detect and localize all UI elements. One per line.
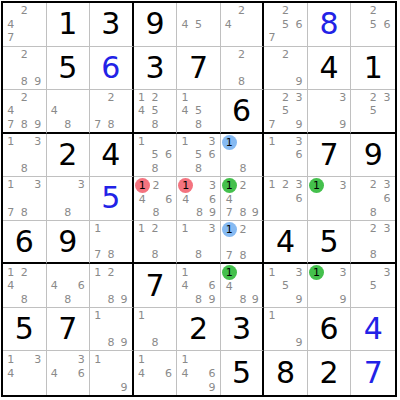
- candidate-3: 3: [292, 135, 306, 149]
- candidate-3: 3: [292, 178, 306, 192]
- candidate-7: [309, 293, 324, 306]
- candidate-7: [222, 31, 235, 45]
- cell-r3c2[interactable]: 48: [47, 90, 91, 134]
- candidate-grid: 13568: [177, 134, 220, 177]
- candidate-2: 2: [237, 178, 249, 193]
- candidate-7: 7: [4, 205, 18, 219]
- candidate-7: [222, 75, 235, 89]
- cell-r9c1[interactable]: 134: [3, 351, 47, 395]
- candidate-7: [135, 248, 149, 261]
- candidate-1: 1: [135, 178, 150, 193]
- cell-r5c8[interactable]: 13: [308, 177, 352, 221]
- candidate-3: [162, 135, 176, 149]
- candidate-8: 8: [104, 292, 117, 306]
- candidate-7: 7: [222, 206, 237, 219]
- candidate-4: [265, 104, 279, 117]
- candidate-7: [222, 162, 237, 175]
- cell-r3c5[interactable]: 1458: [177, 90, 221, 134]
- candidate-6: [75, 192, 89, 206]
- candidate-3: 3: [31, 135, 45, 149]
- solved-digit: 5: [101, 183, 120, 213]
- candidate-2: 2: [104, 265, 117, 279]
- candidate-7: [135, 162, 149, 176]
- candidate-6: 6: [380, 192, 394, 206]
- candidate-grid: 128: [134, 221, 177, 263]
- cell-r5c2[interactable]: 38: [47, 177, 91, 221]
- candidate-5: [61, 192, 75, 206]
- candidate-3: 3: [337, 265, 350, 280]
- candidate-1: 1: [178, 135, 192, 149]
- candidate-7: [135, 117, 149, 130]
- candidate-7: [222, 293, 237, 306]
- cell-r1c5[interactable]: 45: [177, 3, 221, 47]
- candidate-5: [192, 366, 206, 380]
- cell-r8c6[interactable]: 3: [221, 308, 265, 352]
- candidate-8: [279, 117, 293, 130]
- cell-r4c4[interactable]: 1568: [134, 134, 178, 178]
- cell-r6c5[interactable]: 138: [177, 221, 221, 265]
- cell-r7c3[interactable]: 1289: [90, 264, 134, 308]
- candidate-6: 6: [292, 18, 306, 32]
- candidate-3: 3: [336, 91, 350, 104]
- candidate-1: 1: [178, 91, 192, 104]
- candidate-7: 7: [265, 117, 279, 130]
- candidate-8: [279, 205, 293, 219]
- cell-r6c1[interactable]: 6: [3, 221, 47, 265]
- candidate-5: 5: [366, 279, 380, 293]
- cell-r9c9[interactable]: 7: [351, 351, 395, 395]
- candidate-2: [148, 309, 162, 323]
- candidate-2: 2: [148, 222, 162, 235]
- candidate-grid: 138: [177, 221, 220, 263]
- cell-r9c6[interactable]: 5: [221, 351, 265, 395]
- candidate-grid: 189: [90, 308, 132, 351]
- cell-r9c3[interactable]: 19: [90, 351, 134, 395]
- given-digit: 8: [276, 358, 295, 388]
- candidate-2: [192, 4, 206, 18]
- cell-r8c3[interactable]: 189: [90, 308, 134, 352]
- highlighted-candidate-blue[interactable]: 1: [222, 222, 237, 237]
- candidate-2: 2: [104, 91, 117, 104]
- cell-r7c6[interactable]: 1489: [221, 264, 265, 308]
- candidate-1: 1: [178, 222, 192, 235]
- candidate-grid: 1568: [134, 134, 177, 177]
- cell-r6c4[interactable]: 128: [134, 221, 178, 265]
- candidate-5: [324, 280, 337, 293]
- cell-r2c3[interactable]: 6: [90, 47, 134, 91]
- candidate-9: [75, 292, 89, 306]
- candidate-2: [192, 352, 206, 366]
- highlighted-candidate-green[interactable]: 1: [222, 178, 237, 193]
- cell-r8c7[interactable]: 19: [264, 308, 308, 352]
- candidate-5: [322, 104, 336, 117]
- cell-r7c8[interactable]: 139: [308, 264, 352, 308]
- given-digit: 5: [15, 314, 34, 344]
- candidate-4: [91, 279, 104, 293]
- candidate-2: [279, 135, 293, 149]
- cell-r6c9[interactable]: 238: [351, 221, 395, 265]
- candidate-7: [178, 162, 192, 176]
- candidate-9: [380, 117, 394, 130]
- candidate-2: [104, 222, 117, 235]
- candidate-3: [380, 4, 394, 18]
- candidate-5: [366, 192, 380, 206]
- candidate-2: [61, 265, 75, 279]
- candidate-6: [31, 279, 45, 293]
- cell-r4c9[interactable]: 9: [351, 134, 395, 178]
- cell-r8c8[interactable]: 6: [308, 308, 352, 352]
- candidate-6: [117, 104, 130, 117]
- candidate-8: 8: [18, 75, 32, 89]
- candidate-5: 5: [279, 18, 293, 32]
- given-digit: 6: [320, 314, 339, 344]
- candidate-4: [135, 235, 149, 248]
- cell-r8c2[interactable]: 7: [47, 308, 91, 352]
- cell-r1c3[interactable]: 3: [90, 3, 134, 47]
- cell-r9c5[interactable]: 1469: [177, 351, 221, 395]
- candidate-7: 7: [91, 117, 104, 130]
- cell-r3c7[interactable]: 23579: [264, 90, 308, 134]
- highlighted-candidate-red[interactable]: 1: [135, 178, 150, 193]
- candidate-grid: 235: [351, 90, 395, 132]
- candidate-grid: 136: [264, 134, 307, 177]
- candidate-grid: 18: [221, 134, 263, 177]
- candidate-4: [309, 193, 324, 206]
- cell-r8c1[interactable]: 5: [3, 308, 47, 352]
- given-digit: 3: [101, 9, 120, 39]
- candidate-grid: 28: [221, 47, 263, 90]
- candidate-7: [91, 380, 104, 394]
- candidate-9: [380, 292, 394, 306]
- cell-r2c8[interactable]: 4: [308, 47, 352, 91]
- given-digit: 7: [320, 140, 339, 170]
- cell-r4c2[interactable]: 2: [47, 134, 91, 178]
- candidate-6: 6: [206, 193, 219, 206]
- cell-r7c7[interactable]: 1359: [264, 264, 308, 308]
- cell-r6c2[interactable]: 9: [47, 221, 91, 265]
- candidate-2: 2: [279, 4, 293, 18]
- candidate-2: [324, 178, 337, 193]
- cell-r4c1[interactable]: 138: [3, 134, 47, 178]
- cell-r3c1[interactable]: 24789: [3, 90, 47, 134]
- candidate-5: 5: [366, 104, 380, 117]
- candidate-9: 9: [249, 206, 261, 219]
- candidate-3: 3: [205, 135, 219, 149]
- candidate-9: 9: [117, 380, 130, 394]
- candidate-7: [352, 248, 366, 261]
- cell-r8c9[interactable]: 4: [351, 308, 395, 352]
- candidate-6: [292, 322, 306, 336]
- candidate-5: [18, 61, 32, 75]
- cell-r1c2[interactable]: 1: [47, 3, 91, 47]
- cell-r9c8[interactable]: 2: [308, 351, 352, 395]
- cell-r1c9[interactable]: 256: [351, 3, 395, 47]
- cell-r9c7[interactable]: 8: [264, 351, 308, 395]
- candidate-5: [18, 279, 32, 293]
- candidate-grid: 1236: [264, 177, 307, 220]
- candidate-4: 4: [222, 280, 237, 293]
- candidate-6: 6: [205, 366, 219, 380]
- candidate-6: [31, 61, 45, 75]
- highlighted-candidate-green[interactable]: 1: [222, 265, 237, 280]
- candidate-grid: 278: [90, 90, 132, 132]
- candidate-9: 9: [292, 117, 306, 130]
- candidate-9: [75, 117, 89, 130]
- highlighted-candidate-green[interactable]: 1: [309, 265, 324, 280]
- highlighted-candidate-green[interactable]: 1: [309, 178, 324, 193]
- candidate-5: [104, 235, 117, 248]
- cell-r5c7[interactable]: 1236: [264, 177, 308, 221]
- cell-r4c5[interactable]: 13568: [177, 134, 221, 178]
- candidate-9: [249, 249, 261, 261]
- candidate-6: [336, 104, 350, 117]
- candidate-9: [31, 380, 45, 394]
- candidate-2: [192, 265, 206, 279]
- cell-r2c6[interactable]: 28: [221, 47, 265, 91]
- candidate-5: 5: [148, 148, 162, 162]
- candidate-grid: 39: [308, 90, 351, 132]
- candidate-6: [162, 235, 176, 248]
- candidate-7: [352, 205, 366, 219]
- candidate-9: 9: [117, 292, 130, 306]
- candidate-3: [117, 91, 130, 104]
- candidate-6: [75, 104, 89, 117]
- candidate-9: [75, 205, 89, 219]
- candidate-9: 9: [292, 75, 306, 89]
- candidate-3: [117, 352, 130, 366]
- cell-r4c8[interactable]: 7: [308, 134, 352, 178]
- cell-r7c2[interactable]: 468: [47, 264, 91, 308]
- cell-r4c3[interactable]: 4: [90, 134, 134, 178]
- candidate-9: [292, 31, 306, 45]
- candidate-1: 1: [265, 265, 279, 279]
- cell-r6c7[interactable]: 4: [264, 221, 308, 265]
- candidate-4: [352, 235, 366, 248]
- cell-r2c4[interactable]: 3: [134, 47, 178, 91]
- cell-r2c7[interactable]: 29: [264, 47, 308, 91]
- candidate-4: 4: [222, 193, 237, 206]
- candidate-6: 6: [75, 366, 89, 380]
- candidate-2: 2: [279, 48, 293, 62]
- cell-r5c6[interactable]: 124789: [221, 177, 265, 221]
- candidate-9: [31, 205, 45, 219]
- candidate-4: 4: [135, 104, 149, 117]
- cell-r7c9[interactable]: 35: [351, 264, 395, 308]
- cell-r9c2[interactable]: 346: [47, 351, 91, 395]
- candidate-7: 7: [91, 248, 104, 261]
- candidate-6: [249, 150, 261, 163]
- cell-r6c6[interactable]: 1278: [221, 221, 265, 265]
- cell-r2c9[interactable]: 1: [351, 47, 395, 91]
- candidate-3: [162, 91, 176, 104]
- cell-r3c3[interactable]: 278: [90, 90, 134, 134]
- cell-r7c1[interactable]: 1248: [3, 264, 47, 308]
- candidate-8: 8: [61, 292, 75, 306]
- candidate-6: 6: [205, 279, 219, 293]
- candidate-2: [322, 91, 336, 104]
- cell-r2c5[interactable]: 7: [177, 47, 221, 91]
- candidate-4: [178, 148, 192, 162]
- candidate-1: [48, 352, 62, 366]
- cell-r1c4[interactable]: 9: [134, 3, 178, 47]
- candidate-3: 3: [380, 178, 394, 192]
- cell-r2c1[interactable]: 289: [3, 47, 47, 91]
- candidate-7: [178, 248, 192, 261]
- candidate-9: 9: [31, 117, 45, 130]
- cell-r6c8[interactable]: 5: [308, 221, 352, 265]
- candidate-4: [4, 148, 18, 162]
- candidate-6: 6: [162, 148, 176, 162]
- candidate-5: [148, 366, 162, 380]
- candidate-1: 1: [135, 91, 149, 104]
- candidate-1: 1: [91, 265, 104, 279]
- candidate-8: 8: [237, 162, 249, 175]
- candidate-9: [380, 248, 394, 261]
- candidate-7: 7: [265, 31, 279, 45]
- candidate-1: 1: [309, 265, 324, 280]
- candidate-9: [117, 248, 130, 261]
- cell-r5c1[interactable]: 1378: [3, 177, 47, 221]
- candidate-3: [205, 352, 219, 366]
- highlighted-candidate-red[interactable]: 1: [178, 178, 193, 193]
- candidate-3: [249, 222, 261, 237]
- candidate-9: [248, 31, 261, 45]
- cell-r3c9[interactable]: 235: [351, 90, 395, 134]
- candidate-7: [4, 380, 18, 394]
- candidate-4: 4: [222, 18, 235, 32]
- candidate-7: [352, 117, 366, 130]
- candidate-9: [162, 206, 175, 219]
- candidate-2: [61, 178, 75, 192]
- candidate-1: [4, 4, 18, 18]
- cell-r1c7[interactable]: 2567: [264, 3, 308, 47]
- candidate-2: 2: [150, 178, 163, 193]
- candidate-8: 8: [148, 117, 162, 130]
- candidate-5: [237, 280, 249, 293]
- cell-r2c2[interactable]: 5: [47, 47, 91, 91]
- candidate-5: [104, 366, 117, 380]
- candidate-8: 8: [192, 117, 206, 130]
- candidate-5: [18, 366, 32, 380]
- cell-r5c5[interactable]: 134689: [177, 177, 221, 221]
- cell-r3c8[interactable]: 39: [308, 90, 352, 134]
- candidate-grid: 2368: [351, 177, 395, 220]
- cell-r4c7[interactable]: 136: [264, 134, 308, 178]
- candidate-5: 5: [148, 104, 162, 117]
- candidate-3: [248, 4, 261, 18]
- given-digit: 7: [58, 314, 77, 344]
- given-digit: 4: [320, 53, 339, 83]
- candidate-2: [104, 309, 117, 323]
- candidate-8: 8: [193, 206, 206, 219]
- candidate-6: [162, 322, 176, 336]
- candidate-6: [162, 104, 176, 117]
- candidate-7: [265, 75, 279, 89]
- cell-r8c4[interactable]: 18: [134, 308, 178, 352]
- candidate-5: [235, 18, 248, 32]
- candidate-5: [192, 235, 206, 248]
- candidate-6: [117, 279, 130, 293]
- solved-digit: 7: [364, 358, 383, 388]
- candidate-8: [235, 31, 248, 45]
- candidate-1: [48, 178, 62, 192]
- candidate-6: [380, 104, 394, 117]
- cell-r3c4[interactable]: 12458: [134, 90, 178, 134]
- candidate-3: [117, 222, 130, 235]
- candidate-3: [205, 265, 219, 279]
- candidate-3: [292, 48, 306, 62]
- cell-r3c6[interactable]: 6: [221, 90, 265, 134]
- candidate-4: [265, 279, 279, 293]
- candidate-5: [235, 61, 248, 75]
- candidate-8: 8: [192, 292, 206, 306]
- candidate-7: [91, 292, 104, 306]
- cell-r1c8[interactable]: 8: [308, 3, 352, 47]
- candidate-9: [31, 31, 45, 45]
- candidate-8: [104, 380, 117, 394]
- candidate-4: [178, 235, 192, 248]
- candidate-7: [178, 117, 192, 130]
- candidate-grid: 13: [308, 177, 351, 220]
- candidate-3: 3: [31, 178, 45, 192]
- candidate-6: [292, 61, 306, 75]
- candidate-1: 1: [222, 222, 237, 237]
- cell-r6c3[interactable]: 178: [90, 221, 134, 265]
- candidate-7: [48, 380, 62, 394]
- candidate-5: 5: [192, 148, 206, 162]
- cell-r5c9[interactable]: 2368: [351, 177, 395, 221]
- candidate-6: [248, 61, 261, 75]
- cell-r5c3[interactable]: 5: [90, 177, 134, 221]
- candidate-2: 2: [279, 178, 293, 192]
- cell-r8c5[interactable]: 2: [177, 308, 221, 352]
- given-digit: 4: [101, 140, 120, 170]
- cell-r1c1[interactable]: 247: [3, 3, 47, 47]
- candidate-2: [18, 352, 32, 366]
- cell-r1c6[interactable]: 24: [221, 3, 265, 47]
- candidate-1: 1: [265, 309, 279, 323]
- candidate-4: [222, 237, 237, 249]
- candidate-6: [249, 280, 261, 293]
- candidate-1: [91, 91, 104, 104]
- given-digit: 2: [189, 314, 208, 344]
- cell-r7c4[interactable]: 7: [134, 264, 178, 308]
- candidate-3: [31, 91, 45, 104]
- candidate-2: [279, 265, 293, 279]
- candidate-5: 5: [279, 104, 293, 117]
- candidate-5: [104, 104, 117, 117]
- candidate-8: 8: [18, 162, 32, 176]
- candidate-7: 7: [4, 117, 18, 130]
- candidate-3: [31, 48, 45, 62]
- candidate-6: [31, 148, 45, 162]
- candidate-5: [279, 61, 293, 75]
- candidate-7: 7: [222, 249, 237, 261]
- candidate-1: 1: [4, 178, 18, 192]
- highlighted-candidate-blue[interactable]: 1: [222, 135, 237, 150]
- cell-r7c5[interactable]: 14689: [177, 264, 221, 308]
- candidate-6: [31, 18, 45, 32]
- candidate-5: 5: [366, 18, 380, 32]
- candidate-4: [4, 61, 18, 75]
- cell-r9c4[interactable]: 146: [134, 351, 178, 395]
- candidate-4: [352, 279, 366, 293]
- candidate-grid: 18: [134, 308, 177, 351]
- candidate-2: 2: [366, 222, 380, 235]
- candidate-8: [324, 206, 337, 219]
- cell-r4c6[interactable]: 18: [221, 134, 265, 178]
- cell-r5c4[interactable]: 12468: [134, 177, 178, 221]
